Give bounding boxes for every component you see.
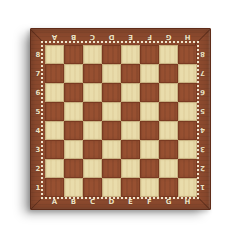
file-label-bottom-g: G (159, 195, 178, 209)
square-f7 (140, 64, 159, 83)
file-label-bottom-a: A (45, 195, 64, 209)
square-g6 (159, 83, 178, 102)
frame-mitre-bottom-right (195, 195, 210, 209)
rank-label-right-7: 7 (195, 64, 210, 83)
square-g7 (159, 64, 178, 83)
square-g3 (159, 140, 178, 159)
rank-label-right-4: 4 (195, 121, 210, 140)
file-label-bottom-d: D (102, 195, 121, 209)
square-f5 (140, 102, 159, 121)
rank-label-right-8: 8 (195, 45, 210, 64)
square-c7 (83, 64, 102, 83)
rank-labels-left: 87654321 (31, 45, 45, 197)
square-b8 (64, 45, 83, 64)
square-d3 (102, 140, 121, 159)
square-h6 (178, 83, 197, 102)
square-d4 (102, 121, 121, 140)
square-b2 (64, 159, 83, 178)
square-h8 (178, 45, 197, 64)
square-h1 (178, 178, 197, 197)
file-labels-bottom: ABCDEFGH (45, 195, 197, 209)
square-d7 (102, 64, 121, 83)
square-a3 (45, 140, 64, 159)
rank-label-right-2: 2 (195, 159, 210, 178)
file-label-top-e: E (121, 29, 140, 45)
square-c6 (83, 83, 102, 102)
frame-mitre-bottom-left (31, 195, 45, 209)
square-f3 (140, 140, 159, 159)
square-b1 (64, 178, 83, 197)
square-a4 (45, 121, 64, 140)
square-a1 (45, 178, 64, 197)
rank-label-left-6: 6 (31, 83, 45, 102)
rank-label-left-2: 2 (31, 159, 45, 178)
square-h5 (178, 102, 197, 121)
square-c1 (83, 178, 102, 197)
file-labels-top: ABCDEFGH (45, 29, 197, 45)
rank-label-left-4: 4 (31, 121, 45, 140)
rank-label-right-1: 1 (195, 178, 210, 197)
rank-label-left-3: 3 (31, 140, 45, 159)
square-d1 (102, 178, 121, 197)
square-b6 (64, 83, 83, 102)
square-b7 (64, 64, 83, 83)
square-d2 (102, 159, 121, 178)
rank-label-right-6: 6 (195, 83, 210, 102)
square-c4 (83, 121, 102, 140)
square-f1 (140, 178, 159, 197)
square-c8 (83, 45, 102, 64)
square-f2 (140, 159, 159, 178)
chess-board: ABCDEFGH ABCDEFGH 87654321 87654321 (30, 28, 211, 210)
square-e2 (121, 159, 140, 178)
file-label-top-h: H (178, 29, 197, 45)
rank-label-left-8: 8 (31, 45, 45, 64)
square-g1 (159, 178, 178, 197)
square-a8 (45, 45, 64, 64)
file-label-top-a: A (45, 29, 64, 45)
square-b4 (64, 121, 83, 140)
square-g8 (159, 45, 178, 64)
rank-label-left-7: 7 (31, 64, 45, 83)
square-b3 (64, 140, 83, 159)
rank-label-left-1: 1 (31, 178, 45, 197)
file-label-top-d: D (102, 29, 121, 45)
square-d6 (102, 83, 121, 102)
file-label-top-f: F (140, 29, 159, 45)
rank-label-right-5: 5 (195, 102, 210, 121)
file-label-bottom-c: C (83, 195, 102, 209)
square-g2 (159, 159, 178, 178)
square-c5 (83, 102, 102, 121)
square-h2 (178, 159, 197, 178)
photo-background: ABCDEFGH ABCDEFGH 87654321 87654321 (0, 0, 240, 240)
square-c2 (83, 159, 102, 178)
square-e1 (121, 178, 140, 197)
square-f8 (140, 45, 159, 64)
square-f6 (140, 83, 159, 102)
squares-grid (45, 45, 197, 197)
square-b5 (64, 102, 83, 121)
rank-labels-right: 87654321 (195, 45, 210, 197)
rank-label-left-5: 5 (31, 102, 45, 121)
square-e8 (121, 45, 140, 64)
rank-label-right-3: 3 (195, 140, 210, 159)
square-g5 (159, 102, 178, 121)
square-f4 (140, 121, 159, 140)
square-d5 (102, 102, 121, 121)
square-e7 (121, 64, 140, 83)
frame-mitre-top-left (31, 29, 45, 45)
file-label-bottom-e: E (121, 195, 140, 209)
square-h4 (178, 121, 197, 140)
square-g4 (159, 121, 178, 140)
square-h3 (178, 140, 197, 159)
square-e3 (121, 140, 140, 159)
square-c3 (83, 140, 102, 159)
square-a5 (45, 102, 64, 121)
square-e6 (121, 83, 140, 102)
file-label-top-b: B (64, 29, 83, 45)
frame-mitre-top-right (195, 29, 210, 45)
square-h7 (178, 64, 197, 83)
file-label-top-g: G (159, 29, 178, 45)
square-a6 (45, 83, 64, 102)
file-label-bottom-b: B (64, 195, 83, 209)
file-label-top-c: C (83, 29, 102, 45)
square-a7 (45, 64, 64, 83)
file-label-bottom-f: F (140, 195, 159, 209)
square-e4 (121, 121, 140, 140)
file-label-bottom-h: H (178, 195, 197, 209)
square-e5 (121, 102, 140, 121)
square-a2 (45, 159, 64, 178)
square-d8 (102, 45, 121, 64)
